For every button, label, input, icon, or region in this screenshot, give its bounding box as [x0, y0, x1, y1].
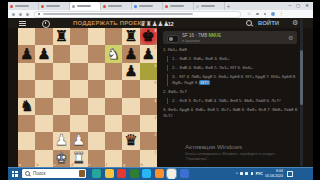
- taskbar-app-icon-8[interactable]: [180, 169, 189, 178]
- square-c1[interactable]: ♚c: [53, 150, 70, 167]
- rank-coordinate: 1: [154, 151, 156, 155]
- engine-toggle[interactable]: [167, 35, 179, 43]
- notification-icon[interactable]: [287, 171, 293, 177]
- piece-black-knight[interactable]: ♞: [20, 99, 33, 114]
- taskbar-clock[interactable]: 6:04 05.06.2024: [265, 169, 283, 178]
- square-h8[interactable]: ♚8: [140, 28, 157, 45]
- browser-tab-5[interactable]: [132, 2, 163, 10]
- engine-settings-gear-icon[interactable]: ⚙: [288, 34, 293, 41]
- login-button[interactable]: ВОЙТИ: [258, 20, 279, 26]
- move-text[interactable]: 3... Кf7 4. Лd8+ Крg8 5. Фe6+ Крh8 6. Кf…: [172, 74, 296, 85]
- square-f8[interactable]: [105, 28, 122, 45]
- analysis-lines: 1. Кb5+ Фd81... Фd8 2. Фd6+ Фe8 3. Фe6+2…: [163, 47, 299, 121]
- piece-white-knight[interactable]: ♞: [107, 47, 120, 62]
- move-text[interactable]: 2. Фd6+ Лc7: [163, 89, 187, 94]
- analysis-line-5[interactable]: 2. Фd6+ Лc7: [163, 89, 299, 95]
- tray-date: 05.06.2024: [265, 174, 283, 178]
- clock-icon[interactable]: [42, 20, 50, 28]
- piece-white-king[interactable]: ♚: [55, 151, 68, 166]
- back-icon[interactable]: [12, 13, 15, 16]
- square-g5[interactable]: [122, 80, 139, 97]
- square-d7[interactable]: [70, 45, 87, 62]
- tab-favicon: [134, 5, 137, 8]
- square-g4[interactable]: [122, 98, 139, 115]
- tab-title: [170, 5, 184, 7]
- square-c2[interactable]: ♟: [53, 132, 70, 149]
- page-scrollbar[interactable]: [300, 19, 303, 166]
- piece-white-pawn[interactable]: ♟: [72, 133, 85, 148]
- windows-watermark-line1: Чтобы активировать Windows, перейдите в …: [185, 152, 275, 156]
- square-g3[interactable]: [122, 115, 139, 132]
- language-indicator[interactable]: РУС: [256, 172, 263, 176]
- square-g1[interactable]: g: [122, 150, 139, 167]
- square-d8[interactable]: [70, 28, 87, 45]
- url-field[interactable]: [34, 11, 241, 18]
- donate-link[interactable]: ПОДДЕРЖАТЬ ПРОЕКТ: [73, 20, 145, 26]
- menu-hamburger-icon[interactable]: [19, 21, 26, 28]
- square-b3[interactable]: [35, 115, 52, 132]
- scrollbar-thumb[interactable]: [300, 50, 303, 105]
- piece-black-king[interactable]: ♚: [142, 29, 155, 44]
- rank-coordinate: 8: [154, 29, 156, 33]
- taskbar-app-icon-2[interactable]: [105, 169, 114, 178]
- square-d3[interactable]: [70, 115, 87, 132]
- current-move-highlight[interactable]: Кf7#: [199, 80, 209, 85]
- tab-title: [15, 5, 29, 7]
- tab-title: [201, 5, 215, 7]
- square-f7[interactable]: ♞: [105, 45, 122, 62]
- taskbar-app-icon-3[interactable]: [117, 169, 126, 178]
- square-d6[interactable]: [70, 63, 87, 80]
- square-b1[interactable]: b: [35, 150, 52, 167]
- browser-tab-6[interactable]: [163, 2, 194, 10]
- browser-tab-1[interactable]: [8, 2, 39, 10]
- browser-tab-bar: + – ▢ ✕: [8, 2, 313, 10]
- chess-board: ♜♜♚8♟♟♞♟♟7♟65♞43♟♟♛2ab♚c♜defgh1: [18, 28, 157, 167]
- rank-coordinate: 2: [154, 133, 156, 137]
- bookmark-star-icon[interactable]: ☆: [247, 10, 251, 18]
- search-magnifier-icon: [25, 171, 30, 176]
- minimize-button[interactable]: –: [288, 2, 291, 10]
- file-coordinate: a: [19, 163, 21, 167]
- file-coordinate: d: [71, 163, 73, 167]
- square-c5[interactable]: [53, 80, 70, 97]
- square-h7[interactable]: ♟7: [140, 45, 157, 62]
- square-e5[interactable]: [88, 80, 105, 97]
- window-controls: – ▢ ✕: [284, 2, 313, 10]
- rank-coordinate: 4: [154, 99, 156, 103]
- piece-black-pawn[interactable]: ♟: [142, 47, 155, 62]
- engine-title: SF 16 · 7MB NNUE: [182, 33, 221, 38]
- tab-favicon: [165, 5, 168, 8]
- square-h2[interactable]: 2: [140, 132, 157, 149]
- file-coordinate: h: [141, 163, 143, 167]
- browser-tab-4[interactable]: [101, 2, 132, 10]
- square-e6[interactable]: [88, 63, 105, 80]
- square-e2[interactable]: [88, 132, 105, 149]
- square-e4[interactable]: [88, 98, 105, 115]
- file-coordinate: e: [89, 163, 91, 167]
- taskbar-app-icon-6[interactable]: [155, 169, 164, 178]
- forward-icon[interactable]: [19, 13, 22, 16]
- file-coordinate: c: [54, 163, 56, 167]
- taskbar-search-input[interactable]: Поиск: [22, 169, 86, 178]
- tab-favicon: [41, 5, 44, 8]
- network-icon[interactable]: [240, 172, 243, 175]
- nnue-badge: NNUE: [209, 33, 222, 38]
- start-button[interactable]: [12, 171, 18, 177]
- square-d5[interactable]: [70, 80, 87, 97]
- piece-black-pawn[interactable]: ♟: [124, 64, 137, 79]
- square-b7[interactable]: ♟: [35, 45, 52, 62]
- taskbar-app-icon-7[interactable]: [167, 169, 176, 178]
- square-c6[interactable]: [53, 63, 70, 80]
- tray-chevron-icon[interactable]: ^: [236, 171, 238, 176]
- square-a5[interactable]: [18, 80, 35, 97]
- piece-white-pawn[interactable]: ♟: [55, 133, 68, 148]
- reload-icon[interactable]: [26, 13, 29, 16]
- tab-favicon: [103, 5, 106, 8]
- analysis-line-3[interactable]: 2... Фd8 4. Фd6+ Фe8 5. Лe1+ Кf7 6. Фe6+: [167, 65, 299, 71]
- file-coordinate: f: [106, 163, 107, 167]
- rank-coordinate: 5: [154, 81, 156, 85]
- tab-favicon: [72, 5, 75, 8]
- tab-title: [139, 5, 153, 7]
- move-text[interactable]: 1. Кb5+ Фd8: [163, 47, 187, 52]
- system-tray: ^ РУС 6:04 05.06.2024: [236, 167, 293, 180]
- taskbar-app-icon-4[interactable]: [130, 169, 139, 178]
- rank-coordinate: 7: [154, 46, 156, 50]
- lock-icon: [38, 13, 40, 15]
- square-e3[interactable]: [88, 115, 105, 132]
- piece-black-rook[interactable]: ♜: [124, 29, 137, 44]
- material-advantage: +12: [165, 21, 173, 27]
- search-icon[interactable]: [246, 20, 252, 26]
- square-b5[interactable]: [35, 80, 52, 97]
- square-e7[interactable]: [88, 45, 105, 62]
- square-a6[interactable]: [18, 63, 35, 80]
- square-h6[interactable]: 6: [140, 63, 157, 80]
- volume-icon[interactable]: [245, 172, 248, 175]
- toggle-knob: [169, 37, 173, 41]
- move-text[interactable]: 2... Фc8 3. Фc7+ Фd8 4. Лd8+ Фe8 5. Фb8+…: [172, 98, 281, 103]
- square-h1[interactable]: h1: [140, 150, 157, 167]
- square-c8[interactable]: ♜: [53, 28, 70, 45]
- square-a2[interactable]: [18, 132, 35, 149]
- browser-menu-icon[interactable]: ⋮: [279, 10, 284, 18]
- square-g8[interactable]: ♜: [122, 28, 139, 45]
- piece-black-pawn[interactable]: ♟: [20, 47, 33, 62]
- square-b4[interactable]: [35, 98, 52, 115]
- analysis-line-2[interactable]: 1... Фd8 2. Фd6+ Фe8 3. Фe6+: [167, 56, 299, 62]
- close-button[interactable]: ✕: [305, 2, 309, 10]
- extension-icon[interactable]: [264, 13, 267, 16]
- square-a4[interactable]: ♞: [18, 98, 35, 115]
- taskbar-app-icons: [92, 169, 189, 178]
- settings-gear-icon[interactable]: ⚙: [292, 19, 298, 27]
- search-highlight-image: [79, 170, 85, 177]
- piece-black-queen[interactable]: ♛: [124, 133, 137, 148]
- square-d2[interactable]: ♟: [70, 132, 87, 149]
- extension-icon[interactable]: [256, 13, 259, 16]
- square-f6[interactable]: [105, 63, 122, 80]
- square-a3[interactable]: [18, 115, 35, 132]
- analysis-line-7[interactable]: 3. Фe6+ Крg8 4. Фd6+ Фe8 5. Фc7+ Фd8 6. …: [163, 107, 299, 119]
- square-e1[interactable]: e: [88, 150, 105, 167]
- tab-title: [108, 5, 122, 7]
- new-tab-button[interactable]: +: [225, 2, 230, 10]
- analysis-line-6[interactable]: 2... Фc8 3. Фc7+ Фd8 4. Лd8+ Фe8 5. Фb8+…: [167, 98, 299, 104]
- square-f5[interactable]: [105, 80, 122, 97]
- analysis-line-4[interactable]: 3... Кf7 4. Лd8+ Крg8 5. Фe6+ Крh8 6. Кf…: [167, 74, 299, 86]
- square-a7[interactable]: ♟: [18, 45, 35, 62]
- engine-mode: в браузере: [182, 39, 200, 43]
- analysis-line-1[interactable]: 1. Кb5+ Фd8: [163, 47, 299, 53]
- rank-coordinate: 3: [154, 116, 156, 120]
- windows-watermark-line2: "Параметры".: [185, 157, 209, 161]
- tab-list: [8, 2, 225, 10]
- square-f2[interactable]: [105, 132, 122, 149]
- move-text[interactable]: 3. Фe6+ Крg8 4. Фd6+ Фe8 5. Фc7+ Фd8 6. …: [163, 107, 298, 118]
- square-c7[interactable]: [53, 45, 70, 62]
- square-f4[interactable]: [105, 98, 122, 115]
- square-f1[interactable]: f: [105, 150, 122, 167]
- browser-tab-2[interactable]: [39, 2, 70, 10]
- url-text: [43, 13, 193, 15]
- piece-black-pawn[interactable]: ♟: [124, 47, 137, 62]
- square-a1[interactable]: a: [18, 150, 35, 167]
- square-a8[interactable]: [18, 28, 35, 45]
- square-c4[interactable]: [53, 98, 70, 115]
- browser-tab-3[interactable]: [70, 2, 101, 10]
- tab-title: [46, 5, 60, 7]
- piece-black-rook[interactable]: ♜: [55, 29, 68, 44]
- square-h4[interactable]: 4: [140, 98, 157, 115]
- tab-title: [77, 5, 91, 7]
- square-g6[interactable]: ♟: [122, 63, 139, 80]
- square-g7[interactable]: ♟: [122, 45, 139, 62]
- file-coordinate: g: [123, 163, 125, 167]
- profile-avatar[interactable]: [271, 12, 275, 16]
- move-text[interactable]: 1... Фd8 2. Фd6+ Фe8 3. Фe6+: [172, 56, 230, 61]
- battery-icon[interactable]: [251, 172, 254, 175]
- square-b6[interactable]: [35, 63, 52, 80]
- rank-coordinate: 6: [154, 64, 156, 68]
- video-frame: + – ▢ ✕ ☆ ⋮ ПОДДЕРЖАТЬ ПРОЕКТ ♛♜♟♟♟ +12 …: [0, 0, 320, 180]
- square-h5[interactable]: 5: [140, 80, 157, 97]
- search-placeholder: Поиск: [33, 171, 79, 176]
- piece-white-rook[interactable]: ♜: [72, 151, 85, 166]
- square-d4[interactable]: [70, 98, 87, 115]
- windows-watermark-title: Активация Windows: [185, 143, 242, 150]
- square-e8[interactable]: [88, 28, 105, 45]
- browser-tab-7[interactable]: [194, 2, 225, 10]
- maximize-button[interactable]: ▢: [296, 2, 300, 10]
- square-b2[interactable]: [35, 132, 52, 149]
- taskbar-app-icon-5[interactable]: [142, 169, 151, 178]
- square-d1[interactable]: ♜d: [70, 150, 87, 167]
- square-g2[interactable]: ♛: [122, 132, 139, 149]
- tab-favicon: [196, 5, 199, 8]
- square-b8[interactable]: [35, 28, 52, 45]
- taskbar-app-icon-1[interactable]: [92, 169, 101, 178]
- browser-address-bar: ☆ ⋮: [8, 10, 313, 18]
- file-coordinate: b: [36, 163, 38, 167]
- square-h3[interactable]: 3: [140, 115, 157, 132]
- square-c3[interactable]: [53, 115, 70, 132]
- tab-favicon: [10, 5, 13, 8]
- piece-black-pawn[interactable]: ♟: [37, 47, 50, 62]
- move-text[interactable]: 2... Фd8 4. Фd6+ Фe8 5. Лe1+ Кf7 6. Фe6+: [172, 65, 253, 70]
- square-f3[interactable]: [105, 115, 122, 132]
